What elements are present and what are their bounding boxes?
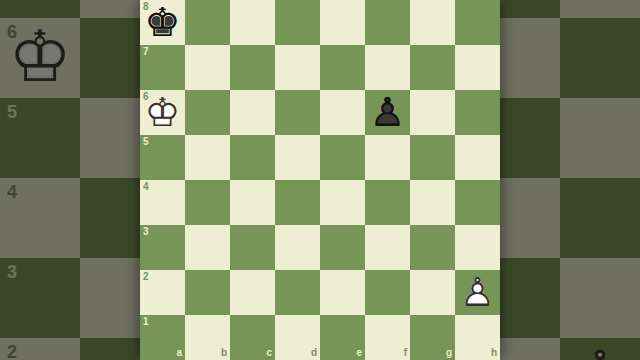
- black-pawn-glyph-outline: ♙: [365, 92, 410, 132]
- square-d6[interactable]: [275, 90, 320, 135]
- square-c3[interactable]: [230, 225, 275, 270]
- rank-label-7: 7: [143, 47, 149, 57]
- square-b8[interactable]: [185, 0, 230, 45]
- square-a5[interactable]: 5: [140, 135, 185, 180]
- white-king-piece[interactable]: ♚♔: [140, 90, 185, 135]
- file-label-f: f: [404, 348, 407, 358]
- square-h5[interactable]: [455, 135, 500, 180]
- square-a2: 2: [0, 338, 80, 360]
- black-king-glyph-outline: ♔: [140, 2, 185, 42]
- rank-label-2: 2: [143, 272, 149, 282]
- square-a3[interactable]: 3: [140, 225, 185, 270]
- chessboard: 8♚♔76♚♔♟♙5432♟♙1abcdefgh: [140, 0, 500, 360]
- square-c6[interactable]: [230, 90, 275, 135]
- file-label-c: c: [266, 348, 272, 358]
- square-e8[interactable]: [320, 0, 365, 45]
- square-g5[interactable]: [410, 135, 455, 180]
- square-e6[interactable]: [320, 90, 365, 135]
- square-b1[interactable]: b: [185, 315, 230, 360]
- file-label-g: g: [446, 348, 452, 358]
- white-king-glyph-outline: ♔: [0, 21, 80, 92]
- square-a4[interactable]: 4: [140, 180, 185, 225]
- square-d7[interactable]: [275, 45, 320, 90]
- black-pawn-piece[interactable]: ♟♙: [365, 90, 410, 135]
- square-e2[interactable]: [320, 270, 365, 315]
- rank-label-2: 2: [7, 343, 17, 360]
- square-a6[interactable]: 6♚♔: [140, 90, 185, 135]
- square-a1[interactable]: 1a: [140, 315, 185, 360]
- square-h3: [560, 258, 640, 338]
- black-king-piece[interactable]: ♚♔: [140, 0, 185, 45]
- square-h5: [560, 98, 640, 178]
- square-h8[interactable]: [455, 0, 500, 45]
- file-label-a: a: [176, 348, 182, 358]
- square-h7: [560, 0, 640, 18]
- rank-label-4: 4: [7, 183, 17, 201]
- square-b3[interactable]: [185, 225, 230, 270]
- square-h6: [560, 18, 640, 98]
- square-h3[interactable]: [455, 225, 500, 270]
- square-a6: 6♚♔: [0, 18, 80, 98]
- square-e4[interactable]: [320, 180, 365, 225]
- rank-label-5: 5: [7, 103, 17, 121]
- square-c4[interactable]: [230, 180, 275, 225]
- square-c8[interactable]: [230, 0, 275, 45]
- square-a7[interactable]: 7: [140, 45, 185, 90]
- square-a4: 4: [0, 178, 80, 258]
- square-h1[interactable]: h: [455, 315, 500, 360]
- square-c2[interactable]: [230, 270, 275, 315]
- rank-label-4: 4: [143, 182, 149, 192]
- square-f1[interactable]: f: [365, 315, 410, 360]
- square-e1[interactable]: e: [320, 315, 365, 360]
- square-g7[interactable]: [410, 45, 455, 90]
- square-b7[interactable]: [185, 45, 230, 90]
- square-g8[interactable]: [410, 0, 455, 45]
- square-a5: 5: [0, 98, 80, 178]
- square-g2[interactable]: [410, 270, 455, 315]
- square-b2[interactable]: [185, 270, 230, 315]
- square-f6[interactable]: ♟♙: [365, 90, 410, 135]
- square-a3: 3: [0, 258, 80, 338]
- video-frame: 8♚♔76♚♔♟♙5432♟♙1abcdefgh 8♚♔76♚♔♟♙5432♟♙…: [0, 0, 640, 360]
- white-pawn-glyph-outline: ♙: [560, 341, 640, 360]
- square-e7[interactable]: [320, 45, 365, 90]
- square-g3[interactable]: [410, 225, 455, 270]
- square-h2[interactable]: ♟♙: [455, 270, 500, 315]
- rank-label-3: 3: [143, 227, 149, 237]
- square-f7[interactable]: [365, 45, 410, 90]
- square-f2[interactable]: [365, 270, 410, 315]
- square-h2: ♟♙: [560, 338, 640, 360]
- white-pawn-piece: ♟♙: [560, 338, 640, 360]
- square-f4[interactable]: [365, 180, 410, 225]
- white-pawn-piece[interactable]: ♟♙: [455, 270, 500, 315]
- square-f3[interactable]: [365, 225, 410, 270]
- square-a2[interactable]: 2: [140, 270, 185, 315]
- square-b4[interactable]: [185, 180, 230, 225]
- square-d4[interactable]: [275, 180, 320, 225]
- square-g1[interactable]: g: [410, 315, 455, 360]
- square-f5[interactable]: [365, 135, 410, 180]
- square-d1[interactable]: d: [275, 315, 320, 360]
- white-king-glyph-outline: ♔: [140, 92, 185, 132]
- square-b6[interactable]: [185, 90, 230, 135]
- file-label-d: d: [311, 348, 317, 358]
- white-pawn-glyph-outline: ♙: [455, 272, 500, 312]
- square-a8[interactable]: 8♚♔: [140, 0, 185, 45]
- square-c1[interactable]: c: [230, 315, 275, 360]
- square-g6[interactable]: [410, 90, 455, 135]
- rank-label-3: 3: [7, 263, 17, 281]
- square-b5[interactable]: [185, 135, 230, 180]
- file-label-h: h: [491, 348, 497, 358]
- square-c7[interactable]: [230, 45, 275, 90]
- square-e3[interactable]: [320, 225, 365, 270]
- square-h7[interactable]: [455, 45, 500, 90]
- square-d3[interactable]: [275, 225, 320, 270]
- square-d2[interactable]: [275, 270, 320, 315]
- file-label-e: e: [356, 348, 362, 358]
- rank-label-5: 5: [143, 137, 149, 147]
- file-label-b: b: [221, 348, 227, 358]
- square-e5[interactable]: [320, 135, 365, 180]
- square-h6[interactable]: [455, 90, 500, 135]
- square-f8[interactable]: [365, 0, 410, 45]
- square-h4: [560, 178, 640, 258]
- white-king-piece: ♚♔: [0, 18, 80, 98]
- square-d5[interactable]: [275, 135, 320, 180]
- square-g4[interactable]: [410, 180, 455, 225]
- square-h4[interactable]: [455, 180, 500, 225]
- square-d8[interactable]: [275, 0, 320, 45]
- rank-label-1: 1: [143, 317, 149, 327]
- square-c5[interactable]: [230, 135, 275, 180]
